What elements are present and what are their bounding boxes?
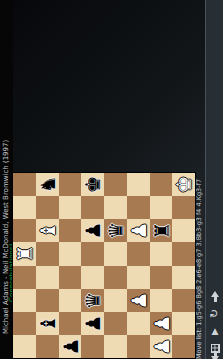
square[interactable]: ♞ <box>36 173 59 196</box>
square[interactable] <box>13 312 36 335</box>
arrow-up-icon[interactable] <box>210 291 220 302</box>
square[interactable] <box>172 335 195 358</box>
square[interactable] <box>104 335 127 358</box>
square[interactable] <box>36 242 59 265</box>
square[interactable] <box>59 242 82 265</box>
square[interactable] <box>36 266 59 289</box>
piece-wp: ♟ <box>127 219 150 242</box>
piece-bq: ♛ <box>104 219 127 242</box>
square[interactable]: ♟ <box>150 312 173 335</box>
square[interactable] <box>81 242 104 265</box>
square[interactable] <box>150 242 173 265</box>
square[interactable] <box>104 242 127 265</box>
square[interactable] <box>59 289 82 312</box>
square[interactable] <box>172 266 195 289</box>
square[interactable] <box>172 242 195 265</box>
square[interactable] <box>36 196 59 219</box>
square[interactable]: ♜ <box>13 242 36 265</box>
piece-wp: ♟ <box>149 312 172 335</box>
square[interactable] <box>172 219 195 242</box>
square[interactable]: ♛ <box>104 219 127 242</box>
piece-wb: ♝ <box>36 219 59 242</box>
square[interactable] <box>150 196 173 219</box>
piece-bp: ♟ <box>58 335 81 358</box>
piece-bb: ♝ <box>36 312 59 335</box>
square[interactable] <box>81 266 104 289</box>
square[interactable] <box>59 196 82 219</box>
piece-bk: ♚ <box>81 173 104 196</box>
square[interactable] <box>59 312 82 335</box>
square[interactable]: ♜ <box>150 219 173 242</box>
play-glyph: ▲ <box>212 327 219 336</box>
square[interactable] <box>104 196 127 219</box>
square[interactable] <box>127 312 150 335</box>
square[interactable] <box>13 335 36 358</box>
square[interactable]: ♟ <box>127 289 150 312</box>
square[interactable]: ♟ <box>81 312 104 335</box>
square[interactable] <box>13 196 36 219</box>
square[interactable] <box>81 335 104 358</box>
move-list: Move list: 1.g5-g6 Bg8 2.e6-e8 g7 3.Bb3-… <box>195 139 203 359</box>
square[interactable] <box>172 196 195 219</box>
square[interactable]: ♟ <box>81 219 104 242</box>
square[interactable]: ♚ <box>172 173 195 196</box>
square[interactable] <box>36 335 59 358</box>
square[interactable]: ♟ <box>59 335 82 358</box>
square[interactable] <box>172 289 195 312</box>
square[interactable] <box>127 335 150 358</box>
square[interactable] <box>13 219 36 242</box>
square[interactable] <box>59 219 82 242</box>
piece-br: ♜ <box>149 219 172 242</box>
square[interactable] <box>13 266 36 289</box>
square[interactable] <box>150 266 173 289</box>
square[interactable] <box>59 266 82 289</box>
square[interactable] <box>59 173 82 196</box>
piece-bq: ♛ <box>81 289 104 312</box>
square[interactable]: ♚ <box>81 173 104 196</box>
play-icon[interactable]: ▲ <box>210 327 220 336</box>
square[interactable]: ♛ <box>81 289 104 312</box>
rotate-glyph: ↻ <box>210 309 221 318</box>
square[interactable] <box>127 242 150 265</box>
piece-wr: ♜ <box>13 243 36 266</box>
square[interactable] <box>104 266 127 289</box>
square[interactable] <box>13 289 36 312</box>
square[interactable] <box>150 173 173 196</box>
piece-wp: ♟ <box>149 335 172 358</box>
piece-wp: ♟ <box>127 289 150 312</box>
arrow-up-stem <box>214 297 217 302</box>
square[interactable] <box>104 289 127 312</box>
square[interactable] <box>127 196 150 219</box>
piece-wk: ♚ <box>172 173 195 196</box>
square[interactable]: ♟ <box>150 335 173 358</box>
square[interactable] <box>104 173 127 196</box>
piece-bn: ♞ <box>36 173 59 196</box>
square[interactable] <box>81 196 104 219</box>
square[interactable] <box>127 173 150 196</box>
square[interactable]: ♟ <box>127 219 150 242</box>
rotate-icon[interactable]: ↻ <box>210 308 220 319</box>
square[interactable] <box>150 289 173 312</box>
square[interactable] <box>13 173 36 196</box>
square[interactable] <box>172 312 195 335</box>
square[interactable]: ♝ <box>36 312 59 335</box>
square[interactable]: ♝ <box>36 219 59 242</box>
piece-bp: ♟ <box>81 312 104 335</box>
arrow-down-icon[interactable] <box>210 351 220 359</box>
toolbar: ↻ ▲ <box>205 0 223 359</box>
square[interactable] <box>104 312 127 335</box>
chess-board: ♞♚♚♝♟♛♟♜♜♛♟♝♟♟♟♟ <box>12 172 196 359</box>
app-screen: Michael Adams - Neil McDonald, West Brom… <box>0 0 223 359</box>
piece-bp: ♟ <box>81 219 104 242</box>
square[interactable] <box>127 266 150 289</box>
square[interactable] <box>36 289 59 312</box>
